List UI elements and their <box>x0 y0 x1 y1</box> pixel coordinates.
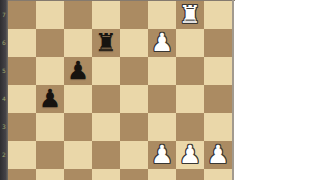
rank-label-5: 5 <box>0 57 8 85</box>
square-a7[interactable] <box>8 1 36 29</box>
square-b7[interactable] <box>36 1 64 29</box>
square-h6[interactable] <box>204 29 232 57</box>
square-d4[interactable] <box>92 85 120 113</box>
black-rook-d6[interactable]: ♜ <box>95 29 117 57</box>
square-h4[interactable] <box>204 85 232 113</box>
square-f4[interactable] <box>148 85 176 113</box>
white-pawn-h2[interactable]: ♟ <box>207 141 229 169</box>
square-e2[interactable] <box>120 141 148 169</box>
chess-diagram: 765432 ♜♜♟♟♟♟♟♟ <box>0 0 320 180</box>
white-pawn-f2[interactable]: ♟ <box>151 141 173 169</box>
square-a5[interactable] <box>8 57 36 85</box>
square-f7[interactable] <box>148 1 176 29</box>
chess-board: ♜♜♟♟♟♟♟♟ <box>8 1 232 180</box>
square-c7[interactable] <box>64 1 92 29</box>
square-a1[interactable] <box>8 169 36 180</box>
square-d7[interactable] <box>92 1 120 29</box>
black-pawn-c5[interactable]: ♟ <box>67 57 89 85</box>
rank-label-6: 6 <box>0 29 8 57</box>
square-d1[interactable] <box>92 169 120 180</box>
rank-label-4: 4 <box>0 85 8 113</box>
square-b2[interactable] <box>36 141 64 169</box>
square-d3[interactable] <box>92 113 120 141</box>
square-c3[interactable] <box>64 113 92 141</box>
square-e5[interactable] <box>120 57 148 85</box>
square-b4[interactable]: ♟ <box>36 85 64 113</box>
square-h1[interactable] <box>204 169 232 180</box>
square-d2[interactable] <box>92 141 120 169</box>
square-f6[interactable]: ♟ <box>148 29 176 57</box>
square-d6[interactable]: ♜ <box>92 29 120 57</box>
square-f3[interactable] <box>148 113 176 141</box>
square-e1[interactable] <box>120 169 148 180</box>
square-h7[interactable] <box>204 1 232 29</box>
square-b1[interactable] <box>36 169 64 180</box>
square-g3[interactable] <box>176 113 204 141</box>
square-g1[interactable] <box>176 169 204 180</box>
square-a3[interactable] <box>8 113 36 141</box>
white-pawn-f6[interactable]: ♟ <box>151 29 173 57</box>
square-c5[interactable]: ♟ <box>64 57 92 85</box>
square-a4[interactable] <box>8 85 36 113</box>
square-h2[interactable]: ♟ <box>204 141 232 169</box>
square-b5[interactable] <box>36 57 64 85</box>
square-h5[interactable] <box>204 57 232 85</box>
square-g4[interactable] <box>176 85 204 113</box>
square-e7[interactable] <box>120 1 148 29</box>
white-pawn-g2[interactable]: ♟ <box>179 141 201 169</box>
white-rook-g7[interactable]: ♜ <box>179 1 201 29</box>
square-e4[interactable] <box>120 85 148 113</box>
rank-label-2: 2 <box>0 141 8 169</box>
rank-coordinate-strip: 765432 <box>0 0 8 180</box>
square-d5[interactable] <box>92 57 120 85</box>
square-c6[interactable] <box>64 29 92 57</box>
square-g5[interactable] <box>176 57 204 85</box>
square-a2[interactable] <box>8 141 36 169</box>
square-f2[interactable]: ♟ <box>148 141 176 169</box>
square-b6[interactable] <box>36 29 64 57</box>
rank-label-7: 7 <box>0 1 8 29</box>
square-g2[interactable]: ♟ <box>176 141 204 169</box>
rank-label-3: 3 <box>0 113 8 141</box>
square-h3[interactable] <box>204 113 232 141</box>
board-right-border <box>232 0 234 180</box>
square-c2[interactable] <box>64 141 92 169</box>
square-b3[interactable] <box>36 113 64 141</box>
square-e6[interactable] <box>120 29 148 57</box>
black-pawn-b4[interactable]: ♟ <box>39 85 61 113</box>
square-f5[interactable] <box>148 57 176 85</box>
square-c1[interactable] <box>64 169 92 180</box>
square-f1[interactable] <box>148 169 176 180</box>
square-g7[interactable]: ♜ <box>176 1 204 29</box>
square-a6[interactable] <box>8 29 36 57</box>
square-e3[interactable] <box>120 113 148 141</box>
square-c4[interactable] <box>64 85 92 113</box>
square-g6[interactable] <box>176 29 204 57</box>
